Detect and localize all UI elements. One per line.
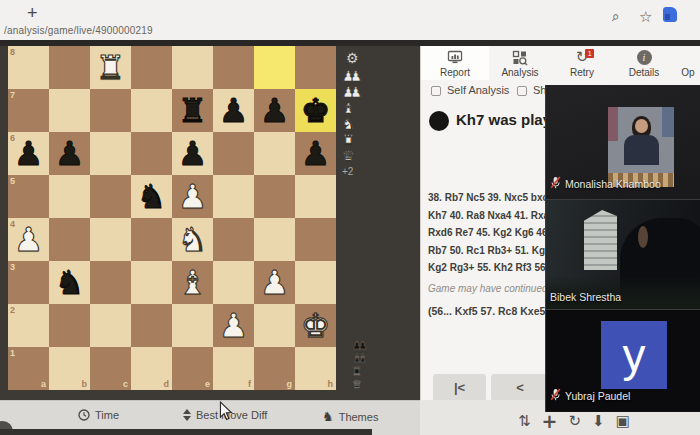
black-pawn-b6[interactable]: ♟ — [49, 132, 90, 175]
video-call-strip: Monalisha Khamboo Bibek Shrestha y Yubra… — [545, 85, 700, 412]
captured-piece-group: ♟♟ — [342, 84, 357, 100]
square-e3[interactable]: ♝ — [172, 261, 213, 304]
details-icon: i — [637, 49, 652, 66]
square-a6[interactable]: 6♟ — [8, 132, 49, 175]
file-label-a: a — [41, 380, 46, 389]
rank-label-2: 2 — [10, 306, 15, 315]
square-f3[interactable] — [213, 261, 254, 304]
square-g8[interactable] — [254, 46, 295, 89]
file-label-c: c — [123, 380, 128, 389]
black-pawn-h6[interactable]: ♟ — [295, 132, 336, 175]
video-tile-yubraj[interactable]: y Yubraj Paudel — [546, 310, 700, 411]
white-bishop-e3[interactable]: ♝ — [172, 261, 213, 304]
panel-tabs: ReportAnalysis↻1RetryiDetailsOp — [421, 46, 700, 80]
tab-report[interactable]: Report — [421, 46, 489, 80]
captured-piece-group: ♟♟ — [352, 339, 364, 352]
square-a5[interactable]: 5 — [8, 175, 49, 218]
square-h7[interactable]: ♚ — [295, 89, 336, 132]
square-c2[interactable] — [90, 304, 131, 347]
square-b8[interactable] — [49, 46, 90, 89]
tab-label: Details — [629, 67, 660, 78]
square-a4[interactable]: 4♟ — [8, 218, 49, 261]
video-tile-bibek[interactable]: Bibek Shrestha — [546, 200, 700, 310]
tab-retry[interactable]: ↻1Retry — [551, 46, 613, 80]
captured-pieces-top-tray: ♟♟♟♟♝♞♜♛+2 — [342, 68, 357, 177]
participant-name: Bibek Shrestha — [550, 291, 621, 303]
square-a7[interactable]: 7 — [8, 89, 49, 132]
captured-piece-group: ♛ — [342, 148, 357, 164]
square-b4[interactable] — [49, 218, 90, 261]
captured-piece-group: ♛ — [352, 378, 364, 391]
rank-label-7: 7 — [10, 91, 15, 100]
square-d7[interactable] — [131, 89, 172, 132]
star-bookmark-icon[interactable]: ☆ — [639, 8, 652, 26]
avatar-letter-tile: y — [601, 321, 667, 389]
file-label-e: e — [205, 380, 210, 389]
gear-icon[interactable]: ⚙ — [346, 50, 359, 66]
tab-op[interactable]: Op — [675, 46, 700, 80]
square-c4[interactable] — [90, 218, 131, 261]
tab-label: Report — [440, 67, 470, 78]
move-navigation: |< < — [433, 374, 549, 401]
show-option-checkbox[interactable] — [517, 86, 527, 96]
square-e7[interactable]: ♜ — [172, 89, 213, 132]
square-d2[interactable] — [131, 304, 172, 347]
square-f8[interactable] — [213, 46, 254, 89]
mic-muted-icon — [550, 175, 561, 193]
tab-label: Retry — [570, 67, 594, 78]
square-h3[interactable] — [295, 261, 336, 304]
image-icon[interactable]: ▣ — [616, 413, 630, 429]
black-move-bullet — [429, 111, 449, 131]
square-e6[interactable]: ♟ — [172, 132, 213, 175]
new-tab-button[interactable]: + — [27, 3, 38, 24]
square-b3[interactable]: ♞ — [49, 261, 90, 304]
file-label-f: f — [248, 380, 251, 389]
square-a8[interactable]: 8 — [8, 46, 49, 89]
square-b1[interactable]: b — [49, 347, 90, 390]
retry-badge: 1 — [585, 49, 594, 58]
square-d8[interactable] — [131, 46, 172, 89]
material-advantage: +2 — [342, 166, 357, 177]
square-e2[interactable] — [172, 304, 213, 347]
report-icon — [447, 49, 463, 66]
square-f7[interactable]: ♟ — [213, 89, 254, 132]
clock-icon — [78, 409, 90, 421]
square-d6[interactable] — [131, 132, 172, 175]
square-c6[interactable] — [90, 132, 131, 175]
refresh-icon[interactable]: ↻ — [569, 413, 582, 429]
time-toggle[interactable]: Time — [78, 409, 119, 421]
white-rook-c8[interactable]: ♜ — [90, 46, 131, 89]
previous-move-button[interactable]: < — [491, 374, 549, 401]
square-b6[interactable]: ♟ — [49, 132, 90, 175]
square-f6[interactable] — [213, 132, 254, 175]
sort-arrows-icon — [183, 409, 191, 421]
captured-piece-group: ♞ — [342, 116, 357, 132]
mouse-cursor — [219, 401, 233, 425]
rank-label-3: 3 — [10, 263, 15, 272]
square-f2[interactable]: ♟ — [213, 304, 254, 347]
self-analysis-label: Self Analysis — [447, 84, 509, 96]
square-b2[interactable] — [49, 304, 90, 347]
square-e5[interactable]: ♟ — [172, 175, 213, 218]
black-rook-e7[interactable]: ♜ — [172, 89, 213, 132]
square-f5[interactable] — [213, 175, 254, 218]
square-c7[interactable] — [90, 89, 131, 132]
square-d3[interactable] — [131, 261, 172, 304]
game-continued-note: Game may have continued... — [428, 283, 556, 294]
white-knight-e4[interactable]: ♞ — [172, 218, 213, 261]
flip-icon[interactable]: ⇅ — [518, 413, 531, 429]
rank-label-8: 8 — [10, 48, 15, 57]
analysis-icon — [512, 49, 528, 66]
tab-label: Analysis — [501, 67, 538, 78]
variation-line[interactable]: (56... Kxf5 57. Rc8 Kxe5 58 — [428, 305, 560, 317]
utility-icon-row: ⇅+↻⬇▣ — [518, 413, 630, 429]
square-g6[interactable] — [254, 132, 295, 175]
rank-label-5: 5 — [10, 177, 15, 186]
white-pawn-f2[interactable]: ♟ — [213, 304, 254, 347]
white-pawn-e5[interactable]: ♟ — [172, 175, 213, 218]
square-h5[interactable] — [295, 175, 336, 218]
plus-icon[interactable]: + — [542, 413, 558, 429]
black-knight-b3[interactable]: ♞ — [49, 261, 90, 304]
black-pawn-f7[interactable]: ♟ — [213, 89, 254, 132]
square-h1[interactable]: h — [295, 347, 336, 390]
themes-toggle[interactable]: ♞ Themes — [322, 409, 378, 424]
square-d4[interactable] — [131, 218, 172, 261]
square-h4[interactable] — [295, 218, 336, 261]
download-icon[interactable]: ⬇ — [592, 413, 605, 429]
address-bar-url[interactable]: /analysis/game/live/4900000219 — [4, 25, 153, 36]
white-king-h2[interactable]: ♚ — [295, 304, 336, 347]
file-label-b: b — [82, 380, 88, 389]
square-e8[interactable] — [172, 46, 213, 89]
captured-piece-group: ♜ — [342, 132, 357, 148]
file-label-g: g — [287, 380, 293, 389]
tab-analysis[interactable]: Analysis — [489, 46, 551, 80]
knight-icon: ♞ — [322, 409, 334, 424]
extension-icon[interactable] — [663, 7, 677, 22]
square-g5[interactable] — [254, 175, 295, 218]
square-e1[interactable]: e — [172, 347, 213, 390]
square-g3[interactable]: ♟ — [254, 261, 295, 304]
mic-muted-icon — [550, 387, 561, 405]
file-label-h: h — [328, 380, 334, 389]
square-c5[interactable] — [90, 175, 131, 218]
square-c1[interactable]: c — [90, 347, 131, 390]
square-g4[interactable] — [254, 218, 295, 261]
square-d1[interactable]: d — [131, 347, 172, 390]
tab-details[interactable]: iDetails — [613, 46, 675, 80]
participant-name: Yubraj Paudel — [565, 390, 630, 402]
square-e4[interactable]: ♞ — [172, 218, 213, 261]
square-h6[interactable]: ♟ — [295, 132, 336, 175]
black-pawn-g7[interactable]: ♟ — [254, 89, 295, 132]
square-b7[interactable] — [49, 89, 90, 132]
photo-edge-shadow — [0, 429, 372, 435]
white-pawn-a4[interactable]: ♟ — [8, 218, 49, 261]
captured-piece-group: ♝ — [342, 100, 357, 116]
square-a3[interactable]: 3 — [8, 261, 49, 304]
participant-name: Monalisha Khamboo — [565, 178, 661, 190]
captured-piece-group: ♝♝ — [352, 352, 364, 365]
square-f4[interactable] — [213, 218, 254, 261]
square-a2[interactable]: 2 — [8, 304, 49, 347]
rank-label-1: 1 — [10, 349, 15, 358]
screenshot-stage: + /analysis/game/live/4900000219 ⌕ ☆ 8♜7… — [0, 0, 700, 435]
black-king-h7[interactable]: ♚ — [295, 89, 336, 132]
square-b5[interactable] — [49, 175, 90, 218]
browser-toolbar: + /analysis/game/live/4900000219 ⌕ ☆ — [0, 0, 700, 40]
square-c8[interactable]: ♜ — [90, 46, 131, 89]
black-pawn-e6[interactable]: ♟ — [172, 132, 213, 175]
file-label-d: d — [164, 380, 170, 389]
black-knight-d5[interactable]: ♞ — [131, 175, 172, 218]
square-g1[interactable]: g — [254, 347, 295, 390]
self-analysis-checkbox[interactable] — [431, 86, 441, 96]
video-tile-monalisha[interactable]: Monalisha Khamboo — [546, 85, 700, 200]
black-pawn-a6[interactable]: ♟ — [8, 132, 49, 175]
go-to-start-button[interactable]: |< — [433, 374, 486, 401]
square-d5[interactable]: ♞ — [131, 175, 172, 218]
find-icon[interactable]: ⌕ — [612, 8, 620, 25]
square-g7[interactable]: ♟ — [254, 89, 295, 132]
square-f1[interactable]: f — [213, 347, 254, 390]
retry-icon: ↻1 — [576, 49, 589, 66]
captured-pieces-bottom-tray: ♟♟♝♝♜♛ — [352, 339, 364, 391]
square-g2[interactable] — [254, 304, 295, 347]
board-zone: 8♜7♜♟♟♚6♟♟♟♟5♞♟4♟♞3♞♝♟2♟♚1abcdefgh ⚙ ♟♟♟… — [0, 46, 420, 400]
square-c3[interactable] — [90, 261, 131, 304]
white-pawn-g3[interactable]: ♟ — [254, 261, 295, 304]
square-h8[interactable] — [295, 46, 336, 89]
captured-piece-group: ♜ — [352, 365, 364, 378]
square-h2[interactable]: ♚ — [295, 304, 336, 347]
chess-board[interactable]: 8♜7♜♟♟♚6♟♟♟♟5♞♟4♟♞3♞♝♟2♟♚1abcdefgh — [8, 46, 336, 390]
square-a1[interactable]: 1a — [8, 347, 49, 390]
tab-label: Op — [681, 67, 694, 78]
captured-piece-group: ♟♟ — [342, 68, 357, 84]
